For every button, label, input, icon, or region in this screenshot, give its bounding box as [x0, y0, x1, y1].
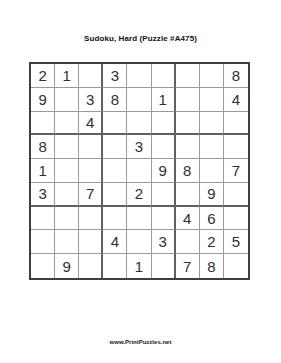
cell-r2c5: [127, 88, 151, 112]
cell-r2c6: 1: [152, 88, 176, 112]
cell-r1c9: 8: [224, 64, 248, 88]
cell-r3c6: [152, 112, 176, 136]
cell-r5c4: [103, 159, 127, 183]
cell-r4c5: 3: [127, 135, 151, 159]
cell-r4c9: [224, 135, 248, 159]
cell-r5c1: 1: [31, 159, 55, 183]
cell-r7c4: [103, 207, 127, 231]
cell-r1c4: 3: [103, 64, 127, 88]
cell-r5c9: 7: [224, 159, 248, 183]
cell-r8c6: 3: [152, 230, 176, 254]
cell-r2c7: [176, 88, 200, 112]
cell-r9c4: [103, 254, 127, 278]
cell-r7c7: 4: [176, 207, 200, 231]
cell-r2c2: [55, 88, 79, 112]
cell-r2c1: 9: [31, 88, 55, 112]
cell-r9c3: [79, 254, 103, 278]
cell-r7c8: 6: [200, 207, 224, 231]
cell-r2c4: 8: [103, 88, 127, 112]
cell-r6c5: 2: [127, 183, 151, 207]
cell-r9c9: [224, 254, 248, 278]
cell-r6c9: [224, 183, 248, 207]
cell-r5c6: 9: [152, 159, 176, 183]
cell-r1c7: [176, 64, 200, 88]
cell-r2c9: 4: [224, 88, 248, 112]
cell-r4c1: 8: [31, 135, 55, 159]
cell-r5c3: [79, 159, 103, 183]
cell-r6c6: [152, 183, 176, 207]
cell-r1c8: [200, 64, 224, 88]
cell-r7c1: [31, 207, 55, 231]
cell-r7c3: [79, 207, 103, 231]
cell-r9c5: 1: [127, 254, 151, 278]
cell-r2c8: [200, 88, 224, 112]
cell-r7c6: [152, 207, 176, 231]
cell-r6c3: 7: [79, 183, 103, 207]
cell-r8c7: [176, 230, 200, 254]
cell-r3c3: 4: [79, 112, 103, 136]
cell-r8c5: [127, 230, 151, 254]
cell-r6c2: [55, 183, 79, 207]
cell-r3c9: [224, 112, 248, 136]
cell-r3c5: [127, 112, 151, 136]
cell-r1c5: [127, 64, 151, 88]
cell-r6c7: [176, 183, 200, 207]
cell-r7c5: [127, 207, 151, 231]
cell-r3c1: [31, 112, 55, 136]
cell-r9c8: 8: [200, 254, 224, 278]
cell-r1c1: 2: [31, 64, 55, 88]
cell-r4c4: [103, 135, 127, 159]
footer-url: www.PrintPuzzles.net: [0, 339, 281, 345]
cell-r4c7: [176, 135, 200, 159]
cell-r8c9: 5: [224, 230, 248, 254]
cell-r8c4: 4: [103, 230, 127, 254]
cell-r5c8: [200, 159, 224, 183]
cell-r6c4: [103, 183, 127, 207]
cell-r4c8: [200, 135, 224, 159]
cell-r8c3: [79, 230, 103, 254]
cell-r9c6: [152, 254, 176, 278]
cell-r3c4: [103, 112, 127, 136]
cell-r1c6: [152, 64, 176, 88]
cell-r9c1: [31, 254, 55, 278]
cell-r9c7: 7: [176, 254, 200, 278]
cell-r3c2: [55, 112, 79, 136]
cell-r5c2: [55, 159, 79, 183]
cell-r5c7: 8: [176, 159, 200, 183]
cell-r9c2: 9: [55, 254, 79, 278]
cell-r4c2: [55, 135, 79, 159]
cell-r3c7: [176, 112, 200, 136]
cell-r3c8: [200, 112, 224, 136]
cell-r6c8: 9: [200, 183, 224, 207]
cell-r5c5: [127, 159, 151, 183]
cell-r8c1: [31, 230, 55, 254]
cell-r8c2: [55, 230, 79, 254]
cell-r4c3: [79, 135, 103, 159]
page: Sudoku, Hard (Puzzle #A475) 213893814483…: [0, 0, 281, 363]
cell-r6c1: 3: [31, 183, 55, 207]
cell-r4c6: [152, 135, 176, 159]
cell-r1c2: 1: [55, 64, 79, 88]
sudoku-board: 213893814483198737294643259178: [29, 62, 250, 280]
cell-r7c2: [55, 207, 79, 231]
cell-r1c3: [79, 64, 103, 88]
cell-r2c3: 3: [79, 88, 103, 112]
puzzle-title: Sudoku, Hard (Puzzle #A475): [0, 34, 281, 43]
cell-r7c9: [224, 207, 248, 231]
cell-r8c8: 2: [200, 230, 224, 254]
